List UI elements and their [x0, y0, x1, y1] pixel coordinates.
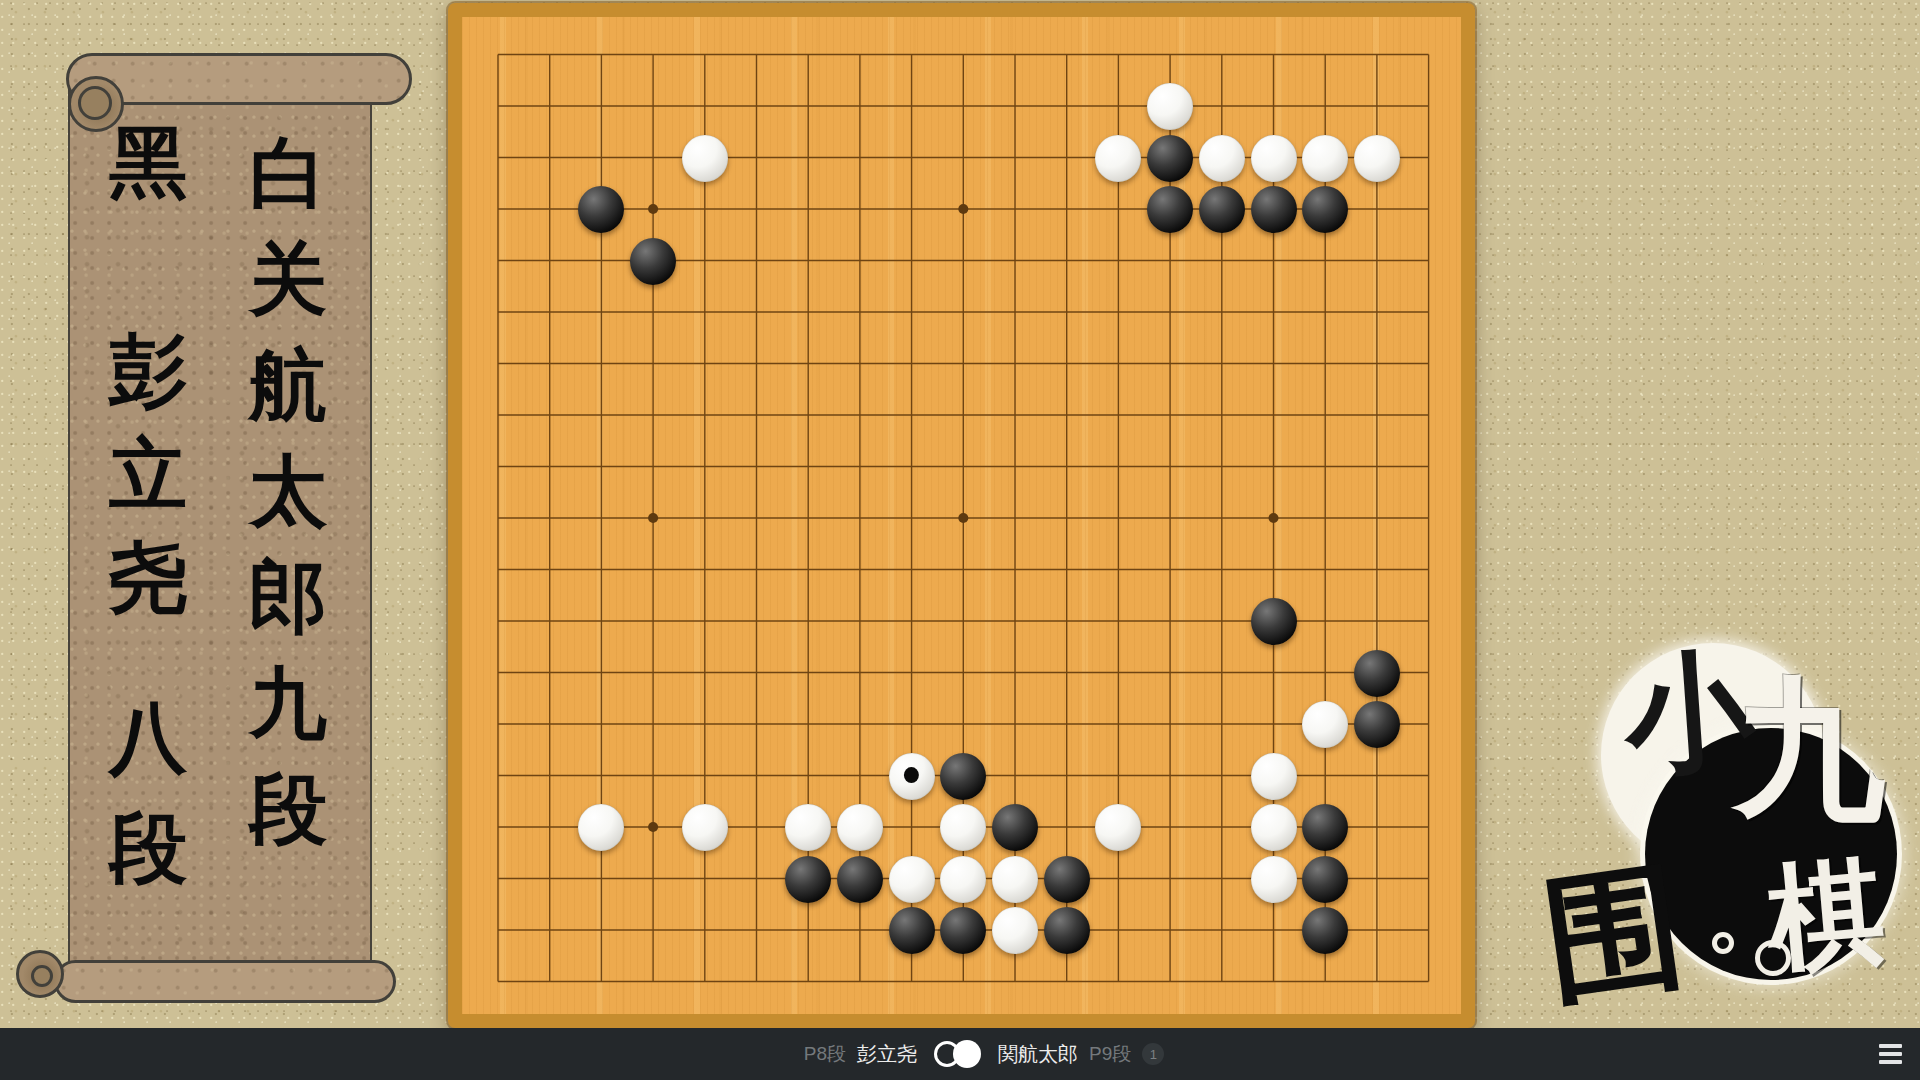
- white-stone-Q17: [1251, 135, 1297, 182]
- black-player-rank: P8段: [804, 1041, 846, 1067]
- white-player-name-char: 航: [249, 347, 327, 427]
- black-stone-S7: [1354, 650, 1400, 697]
- white-stone-Q4: [1251, 804, 1297, 851]
- white-stone-J3: [889, 856, 935, 903]
- move-number-badge: 1: [1142, 1043, 1164, 1065]
- scroll-bottom-roll: [54, 960, 396, 1003]
- black-stone-L4: [992, 804, 1038, 851]
- black-stone-Q16: [1251, 186, 1297, 233]
- logo-char-jiu: 九: [1733, 675, 1885, 827]
- star-point: [958, 204, 968, 214]
- go-board[interactable]: [448, 3, 1475, 1028]
- black-stone-P16: [1199, 186, 1245, 233]
- black-stone-R16: [1302, 186, 1348, 233]
- white-stone-L3: [992, 856, 1038, 903]
- black-stone-R2: [1302, 907, 1348, 954]
- white-stone-Q3: [1251, 856, 1297, 903]
- go-game-screen: { "game": "go", "position": { "format": …: [0, 0, 1920, 1080]
- white-rank-group: 九段: [249, 665, 327, 851]
- black-stone-M3: [1044, 856, 1090, 903]
- white-label-group: 白: [249, 135, 327, 215]
- logo-large-circle-icon: [1755, 940, 1791, 976]
- last-move-marker: [903, 767, 918, 783]
- turn-stones-icon: [934, 1040, 981, 1068]
- menu-icon[interactable]: [1875, 1040, 1906, 1068]
- white-stone-E4: [682, 804, 728, 851]
- black-stone-O17: [1147, 135, 1193, 182]
- logo-char-wei: 围: [1536, 856, 1692, 1012]
- black-stone-H3: [837, 856, 883, 903]
- black-player-rank-char: 段: [109, 810, 187, 890]
- app-logo: 小 九 围 棋: [1540, 620, 1920, 1060]
- white-player-name: 関航太郎: [998, 1041, 1078, 1068]
- black-stone-G3: [785, 856, 831, 903]
- white-stone-L2: [992, 907, 1038, 954]
- white-player-name-char: 郎: [249, 559, 327, 639]
- white-player-rank-char: 段: [249, 771, 327, 851]
- board-surface[interactable]: [462, 17, 1461, 1014]
- white-stone-J5: [889, 753, 935, 800]
- white-stone-S17: [1354, 135, 1400, 182]
- white-player-name-char: 关: [249, 241, 327, 321]
- black-stone-D15: [630, 238, 676, 285]
- scroll-bottom-curl-icon: [16, 950, 64, 998]
- logo-small-circle-icon: [1712, 932, 1734, 954]
- black-label-group: 黑: [109, 124, 187, 204]
- star-point: [648, 513, 658, 523]
- star-point: [958, 513, 968, 523]
- black-player-rank-char: 八: [109, 700, 187, 780]
- white-player-rank: P9段: [1089, 1041, 1131, 1067]
- black-stone-K5: [940, 753, 986, 800]
- status-bar: P8段 彭立尧 関航太郎 P9段 1: [0, 1028, 1920, 1080]
- black-color-label: 黑: [109, 124, 187, 204]
- black-stone-R4: [1302, 804, 1348, 851]
- black-name-group: 彭立尧: [109, 332, 187, 620]
- white-stone-N17: [1095, 135, 1141, 182]
- black-player-name-char: 尧: [109, 540, 187, 620]
- black-player-name: 彭立尧: [857, 1041, 917, 1068]
- white-stone-P17: [1199, 135, 1245, 182]
- black-stone-J2: [889, 907, 935, 954]
- black-player-name-char: 立: [109, 436, 187, 516]
- white-stone-R17: [1302, 135, 1348, 182]
- black-player-name-char: 彭: [109, 332, 187, 412]
- black-stone-K2: [940, 907, 986, 954]
- white-stone-K4: [940, 804, 986, 851]
- white-player-rank-char: 九: [249, 665, 327, 745]
- black-stone-S6: [1354, 701, 1400, 748]
- star-point: [648, 822, 658, 832]
- star-point: [1269, 513, 1279, 523]
- white-stone-Q5: [1251, 753, 1297, 800]
- star-point: [648, 204, 658, 214]
- black-rank-group: 八段: [109, 700, 187, 890]
- black-stone-O16: [1147, 186, 1193, 233]
- white-stone-O18: [1147, 83, 1193, 130]
- white-stone-R6: [1302, 701, 1348, 748]
- black-stone-Q8: [1251, 598, 1297, 645]
- white-stone-icon: [953, 1040, 981, 1068]
- white-stone-G4: [785, 804, 831, 851]
- white-stone-K3: [940, 856, 986, 903]
- black-player-column: 黑 彭立尧 八段: [103, 124, 193, 890]
- white-color-label: 白: [249, 135, 327, 215]
- players-status: P8段 彭立尧 関航太郎 P9段 1: [804, 1040, 1165, 1068]
- black-stone-M2: [1044, 907, 1090, 954]
- white-stone-H4: [837, 804, 883, 851]
- white-player-name-char: 太: [249, 453, 327, 533]
- white-player-column: 白 关航太郎 九段: [243, 135, 333, 851]
- white-stone-E17: [682, 135, 728, 182]
- white-name-group: 关航太郎: [249, 241, 327, 639]
- black-stone-R3: [1302, 856, 1348, 903]
